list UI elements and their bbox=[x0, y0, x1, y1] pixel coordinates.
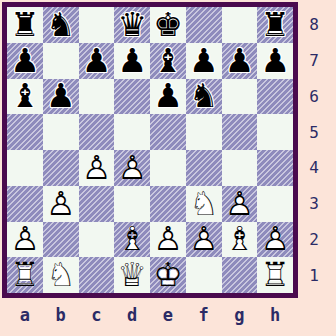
piece-white-queen[interactable]: ♛♕ bbox=[114, 257, 150, 293]
piece-white-knight[interactable]: ♞♘ bbox=[43, 257, 79, 293]
square-h8[interactable]: ♜ bbox=[257, 7, 293, 43]
square-f3[interactable]: ♞♘ bbox=[186, 186, 222, 222]
piece-black-rook[interactable]: ♜ bbox=[7, 7, 43, 43]
piece-outline: ♖ bbox=[7, 257, 43, 293]
square-h3[interactable] bbox=[257, 186, 293, 222]
rank-label-7: 7 bbox=[300, 43, 328, 79]
square-f7[interactable]: ♟ bbox=[186, 43, 222, 79]
rank-label-4: 4 bbox=[300, 150, 328, 186]
square-h4[interactable] bbox=[257, 150, 293, 186]
piece-outline: ♗ bbox=[114, 221, 150, 257]
square-e1[interactable]: ♚♔ bbox=[150, 257, 186, 293]
square-c8[interactable] bbox=[79, 7, 115, 43]
square-a6[interactable]: ♝ bbox=[7, 79, 43, 115]
piece-black-pawn[interactable]: ♟ bbox=[114, 43, 150, 79]
square-b4[interactable] bbox=[43, 150, 79, 186]
square-c5[interactable] bbox=[79, 114, 115, 150]
square-g6[interactable] bbox=[222, 79, 258, 115]
piece-fill: ♟ bbox=[150, 78, 186, 114]
piece-white-bishop[interactable]: ♝♗ bbox=[222, 221, 258, 257]
file-label-h: h bbox=[257, 303, 293, 327]
square-d1[interactable]: ♛♕ bbox=[114, 257, 150, 293]
square-b1[interactable]: ♞♘ bbox=[43, 257, 79, 293]
square-h5[interactable] bbox=[257, 114, 293, 150]
piece-fill: ♞ bbox=[186, 78, 222, 114]
square-d3[interactable] bbox=[114, 186, 150, 222]
square-g8[interactable] bbox=[222, 7, 258, 43]
piece-outline: ♙ bbox=[257, 221, 293, 257]
square-g2[interactable]: ♝♗ bbox=[222, 222, 258, 258]
square-d7[interactable]: ♟ bbox=[114, 43, 150, 79]
piece-black-pawn[interactable]: ♟ bbox=[222, 43, 258, 79]
piece-white-pawn[interactable]: ♟♙ bbox=[43, 186, 79, 222]
piece-outline: ♘ bbox=[43, 257, 79, 293]
piece-black-bishop[interactable]: ♝ bbox=[150, 43, 186, 79]
piece-outline: ♙ bbox=[79, 150, 115, 186]
piece-white-knight[interactable]: ♞♘ bbox=[186, 186, 222, 222]
square-e4[interactable] bbox=[150, 150, 186, 186]
piece-outline: ♙ bbox=[222, 186, 258, 222]
square-f2[interactable]: ♟♙ bbox=[186, 222, 222, 258]
piece-white-pawn[interactable]: ♟♙ bbox=[150, 221, 186, 257]
piece-outline: ♙ bbox=[150, 221, 186, 257]
piece-white-pawn[interactable]: ♟♙ bbox=[186, 221, 222, 257]
piece-white-rook[interactable]: ♜♖ bbox=[257, 257, 293, 293]
square-c6[interactable] bbox=[79, 79, 115, 115]
square-b3[interactable]: ♟♙ bbox=[43, 186, 79, 222]
piece-outline: ♙ bbox=[186, 221, 222, 257]
square-f5[interactable] bbox=[186, 114, 222, 150]
square-d2[interactable]: ♝♗ bbox=[114, 222, 150, 258]
square-c4[interactable]: ♟♙ bbox=[79, 150, 115, 186]
chess-board-frame: ♜♞♛♚♜♟♟♟♝♟♟♟♝♟♟♞♟♙♟♙♟♙♞♘♟♙♟♙♝♗♟♙♟♙♝♗♟♙♜♖… bbox=[2, 2, 298, 298]
piece-black-knight[interactable]: ♞ bbox=[186, 78, 222, 114]
piece-white-bishop[interactable]: ♝♗ bbox=[114, 221, 150, 257]
square-d6[interactable] bbox=[114, 79, 150, 115]
piece-fill: ♝ bbox=[150, 43, 186, 79]
piece-fill: ♝ bbox=[7, 78, 43, 114]
piece-white-king[interactable]: ♚♔ bbox=[150, 257, 186, 293]
file-label-d: d bbox=[114, 303, 150, 327]
piece-fill: ♟ bbox=[257, 43, 293, 79]
piece-black-knight[interactable]: ♞ bbox=[43, 7, 79, 43]
square-h7[interactable]: ♟ bbox=[257, 43, 293, 79]
piece-fill: ♞ bbox=[43, 7, 79, 43]
piece-black-bishop[interactable]: ♝ bbox=[7, 78, 43, 114]
square-d8[interactable]: ♛ bbox=[114, 7, 150, 43]
square-a8[interactable]: ♜ bbox=[7, 7, 43, 43]
square-h2[interactable]: ♟♙ bbox=[257, 222, 293, 258]
square-e3[interactable] bbox=[150, 186, 186, 222]
square-b2[interactable] bbox=[43, 222, 79, 258]
rank-label-3: 3 bbox=[300, 186, 328, 222]
square-e5[interactable] bbox=[150, 114, 186, 150]
piece-fill: ♚ bbox=[150, 7, 186, 43]
square-e8[interactable]: ♚ bbox=[150, 7, 186, 43]
piece-black-pawn[interactable]: ♟ bbox=[150, 78, 186, 114]
file-label-f: f bbox=[186, 303, 222, 327]
square-a5[interactable] bbox=[7, 114, 43, 150]
piece-white-pawn[interactable]: ♟♙ bbox=[257, 221, 293, 257]
square-e2[interactable]: ♟♙ bbox=[150, 222, 186, 258]
square-g5[interactable] bbox=[222, 114, 258, 150]
piece-black-pawn[interactable]: ♟ bbox=[257, 43, 293, 79]
piece-outline: ♙ bbox=[7, 221, 43, 257]
rank-label-1: 1 bbox=[300, 257, 328, 293]
piece-outline: ♗ bbox=[222, 221, 258, 257]
piece-black-pawn[interactable]: ♟ bbox=[43, 78, 79, 114]
piece-outline: ♙ bbox=[114, 150, 150, 186]
square-a1[interactable]: ♜♖ bbox=[7, 257, 43, 293]
square-g1[interactable] bbox=[222, 257, 258, 293]
square-a2[interactable]: ♟♙ bbox=[7, 222, 43, 258]
piece-black-king[interactable]: ♚ bbox=[150, 7, 186, 43]
piece-fill: ♟ bbox=[222, 43, 258, 79]
square-d4[interactable]: ♟♙ bbox=[114, 150, 150, 186]
square-f8[interactable] bbox=[186, 7, 222, 43]
rank-label-6: 6 bbox=[300, 79, 328, 115]
square-c2[interactable] bbox=[79, 222, 115, 258]
square-g4[interactable] bbox=[222, 150, 258, 186]
piece-black-pawn[interactable]: ♟ bbox=[186, 43, 222, 79]
square-b7[interactable] bbox=[43, 43, 79, 79]
square-c7[interactable]: ♟ bbox=[79, 43, 115, 79]
piece-fill: ♜ bbox=[257, 7, 293, 43]
square-b6[interactable]: ♟ bbox=[43, 79, 79, 115]
piece-outline: ♔ bbox=[150, 257, 186, 293]
square-f1[interactable] bbox=[186, 257, 222, 293]
piece-outline: ♘ bbox=[186, 186, 222, 222]
piece-outline: ♙ bbox=[43, 186, 79, 222]
piece-fill: ♟ bbox=[7, 43, 43, 79]
piece-black-pawn[interactable]: ♟ bbox=[79, 43, 115, 79]
piece-black-rook[interactable]: ♜ bbox=[257, 7, 293, 43]
square-a4[interactable] bbox=[7, 150, 43, 186]
piece-white-pawn[interactable]: ♟♙ bbox=[114, 150, 150, 186]
square-f6[interactable]: ♞ bbox=[186, 79, 222, 115]
piece-fill: ♟ bbox=[114, 43, 150, 79]
piece-fill: ♜ bbox=[7, 7, 43, 43]
rank-label-2: 2 bbox=[300, 222, 328, 258]
square-b8[interactable]: ♞ bbox=[43, 7, 79, 43]
piece-white-pawn[interactable]: ♟♙ bbox=[222, 186, 258, 222]
piece-fill: ♟ bbox=[186, 43, 222, 79]
piece-fill: ♟ bbox=[43, 78, 79, 114]
square-h6[interactable] bbox=[257, 79, 293, 115]
file-label-c: c bbox=[79, 303, 115, 327]
file-label-g: g bbox=[222, 303, 258, 327]
piece-black-pawn[interactable]: ♟ bbox=[7, 43, 43, 79]
file-label-b: b bbox=[43, 303, 79, 327]
piece-outline: ♖ bbox=[257, 257, 293, 293]
file-label-a: a bbox=[7, 303, 43, 327]
piece-white-pawn[interactable]: ♟♙ bbox=[79, 150, 115, 186]
square-f4[interactable] bbox=[186, 150, 222, 186]
square-c3[interactable] bbox=[79, 186, 115, 222]
rank-label-5: 5 bbox=[300, 114, 328, 150]
square-a7[interactable]: ♟ bbox=[7, 43, 43, 79]
piece-fill: ♟ bbox=[79, 43, 115, 79]
square-c1[interactable] bbox=[79, 257, 115, 293]
rank-label-8: 8 bbox=[300, 7, 328, 43]
piece-fill: ♛ bbox=[114, 7, 150, 43]
square-d5[interactable] bbox=[114, 114, 150, 150]
square-b5[interactable] bbox=[43, 114, 79, 150]
square-e6[interactable]: ♟ bbox=[150, 79, 186, 115]
piece-outline: ♕ bbox=[114, 257, 150, 293]
file-label-e: e bbox=[150, 303, 186, 327]
square-h1[interactable]: ♜♖ bbox=[257, 257, 293, 293]
piece-white-rook[interactable]: ♜♖ bbox=[7, 257, 43, 293]
square-g7[interactable]: ♟ bbox=[222, 43, 258, 79]
piece-black-queen[interactable]: ♛ bbox=[114, 7, 150, 43]
piece-white-pawn[interactable]: ♟♙ bbox=[7, 221, 43, 257]
square-a3[interactable] bbox=[7, 186, 43, 222]
square-e7[interactable]: ♝ bbox=[150, 43, 186, 79]
chess-board: ♜♞♛♚♜♟♟♟♝♟♟♟♝♟♟♞♟♙♟♙♟♙♞♘♟♙♟♙♝♗♟♙♟♙♝♗♟♙♜♖… bbox=[7, 7, 293, 293]
square-g3[interactable]: ♟♙ bbox=[222, 186, 258, 222]
